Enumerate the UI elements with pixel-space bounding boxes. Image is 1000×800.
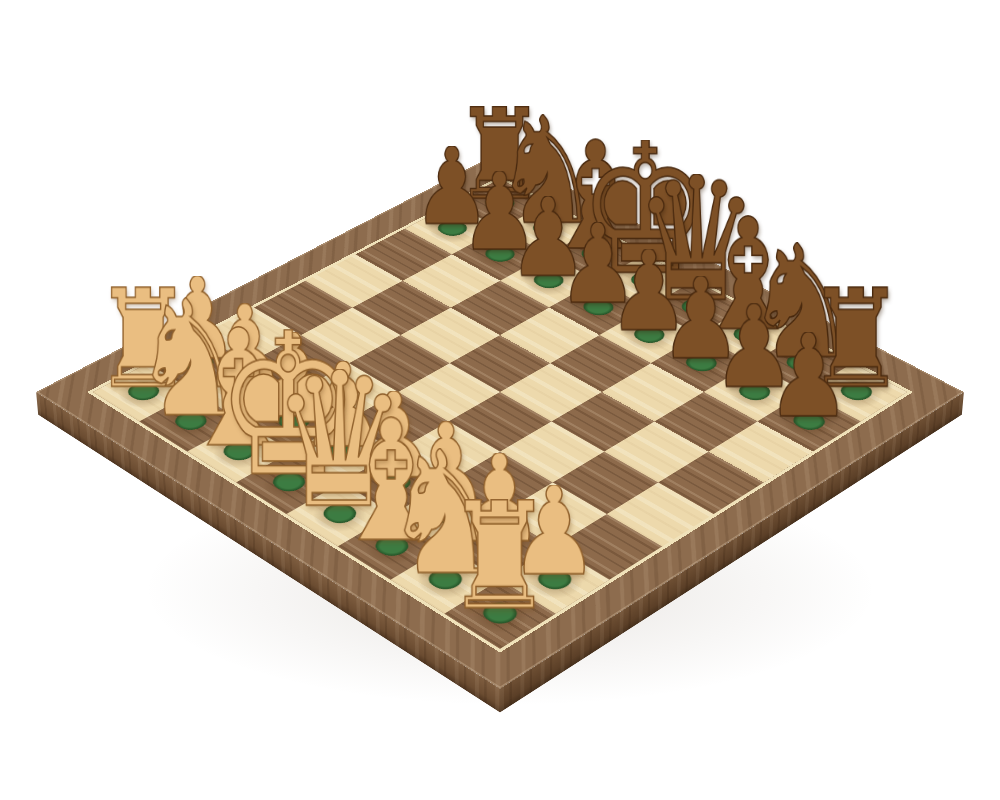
square-a1[interactable]: ♜ xyxy=(445,580,556,649)
product-photo: ♜♞♝♚♛♝♞♜♟♟♟♟♟♟♟♟♟♟♟♟♟♟♟♟♜♞♝♚♛♝♞♜ xyxy=(0,0,1000,800)
piece-white-rook-a1[interactable]: ♜ xyxy=(401,499,597,614)
scene: ♜♞♝♚♛♝♞♜♟♟♟♟♟♟♟♟♟♟♟♟♟♟♟♟♜♞♝♚♛♝♞♜ xyxy=(0,0,1000,800)
square-a7[interactable]: ♟ xyxy=(758,392,861,452)
board-frame: ♜♞♝♚♛♝♞♜♟♟♟♟♟♟♟♟♟♟♟♟♟♟♟♟♜♞♝♚♛♝♞♜ xyxy=(36,152,964,688)
board-field: ♜♞♝♚♛♝♞♜♟♟♟♟♟♟♟♟♟♟♟♟♟♟♟♟♜♞♝♚♛♝♞♜ xyxy=(87,176,913,652)
chess-board: ♜♞♝♚♛♝♞♜♟♟♟♟♟♟♟♟♟♟♟♟♟♟♟♟♜♞♝♚♛♝♞♜ xyxy=(36,152,964,688)
piece-black-pawn-a7[interactable]: ♟ xyxy=(717,332,900,422)
